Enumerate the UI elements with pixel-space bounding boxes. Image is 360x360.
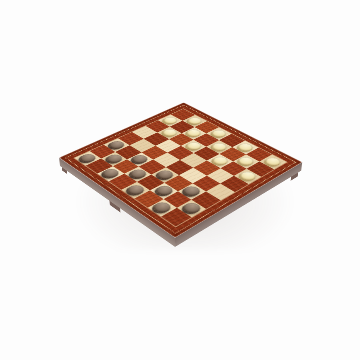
board-square[interactable]: [178, 183, 206, 200]
checker-piece-dark[interactable]: [130, 154, 151, 166]
board-square[interactable]: [206, 168, 233, 183]
checker-piece-dark[interactable]: [153, 184, 176, 197]
board-square[interactable]: [86, 158, 113, 173]
checker-piece-dark[interactable]: [100, 168, 122, 180]
board-grid: [74, 109, 286, 226]
board-surface: [59, 102, 302, 237]
hinge-tab: [290, 173, 297, 181]
board-square[interactable]: [97, 166, 124, 181]
checker-piece-light[interactable]: [262, 156, 283, 168]
checker-piece-dark[interactable]: [103, 153, 124, 164]
checker-piece-dark[interactable]: [180, 201, 204, 215]
board-square[interactable]: [134, 190, 163, 207]
board-square[interactable]: [166, 160, 193, 175]
board-square[interactable]: [179, 168, 206, 183]
board-square[interactable]: [177, 200, 206, 218]
board-square[interactable]: [121, 182, 149, 198]
board-square[interactable]: [137, 174, 165, 190]
checker-piece-dark[interactable]: [154, 169, 176, 181]
board-square[interactable]: [220, 176, 248, 192]
board-square[interactable]: [165, 175, 193, 191]
board-square[interactable]: [163, 191, 192, 208]
board-square[interactable]: [220, 161, 247, 176]
board-square[interactable]: [109, 174, 137, 190]
checkers-board: [59, 102, 302, 237]
board-square[interactable]: [150, 182, 178, 199]
board-square[interactable]: [124, 167, 151, 182]
scene: [0, 0, 360, 360]
checker-piece-dark[interactable]: [127, 168, 149, 180]
checker-piece-dark[interactable]: [151, 201, 174, 215]
board-square[interactable]: [234, 169, 262, 185]
board-square[interactable]: [161, 208, 191, 226]
checker-piece-dark[interactable]: [124, 184, 147, 197]
board-square[interactable]: [148, 199, 177, 217]
checker-piece-dark[interactable]: [77, 153, 98, 164]
foot-tab: [62, 167, 68, 174]
clasp-tab: [110, 201, 121, 213]
board-square[interactable]: [192, 175, 220, 191]
checker-piece-dark[interactable]: [181, 185, 204, 198]
board-square[interactable]: [152, 167, 179, 182]
checker-piece-light[interactable]: [237, 170, 259, 182]
board-square[interactable]: [192, 191, 221, 208]
board-square[interactable]: [139, 159, 166, 174]
board-square[interactable]: [193, 161, 220, 176]
board-square[interactable]: [247, 162, 274, 177]
product-photo-background: [0, 0, 360, 360]
board-square[interactable]: [112, 159, 139, 174]
board-square[interactable]: [206, 184, 234, 201]
